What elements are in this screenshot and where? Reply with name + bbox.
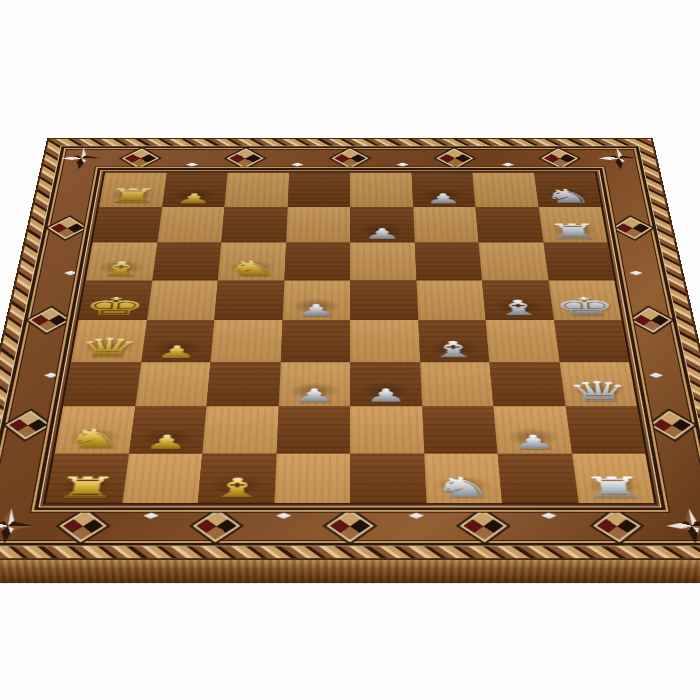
inlay-diamond-motif (4, 412, 51, 439)
mother-of-pearl-inlay (396, 163, 408, 167)
inlay-diamond (330, 512, 370, 540)
inlay-diamond-motif (27, 308, 70, 331)
inlay-diamond-motif (227, 149, 263, 168)
square-d8 (553, 320, 628, 362)
inlay-diamond-motif (437, 149, 473, 168)
square-b8 (565, 406, 645, 453)
mother-of-pearl-inlay (541, 513, 557, 519)
inlay-diamond (31, 309, 66, 330)
black-pawn-c4: ♟ (293, 387, 336, 404)
inlay-diamond (51, 219, 84, 238)
mother-of-pearl-inlay (186, 163, 199, 167)
inlay-diamond (544, 150, 576, 167)
square-b2: ♟ (129, 406, 207, 453)
square-c7 (489, 362, 565, 406)
mother-of-pearl-inlay (43, 373, 58, 378)
mother-of-pearl-inlay (629, 271, 643, 276)
inlay-diamond-motif (460, 511, 506, 541)
square-c8: ♛ (559, 362, 637, 406)
white-bishop-a3: ♝ (206, 476, 267, 500)
board-perspective-scene: ♜♟♟♞♟♜♝♞♚♟♝♚♛♟♝♟♟♛♞♟♟♜♝♞♜ (0, 139, 700, 558)
inlay-diamond (439, 150, 471, 167)
square-a7 (498, 453, 579, 503)
black-rook-a8: ♜ (580, 474, 649, 501)
white-queen-d1: ♛ (75, 336, 141, 360)
corner-star-rosette (0, 508, 37, 543)
inlay-diamond (597, 512, 637, 540)
inlay-diamond (125, 150, 157, 167)
inlay-diamond-motif (59, 511, 108, 541)
square-a6: ♞ (424, 453, 502, 503)
inlay-diamond (196, 512, 236, 540)
square-d5 (350, 320, 420, 362)
square-d3 (211, 320, 283, 362)
square-a5 (350, 453, 426, 503)
inlay-diamond (633, 309, 668, 330)
inlay-diamond (616, 219, 649, 238)
corner-star-rosette (59, 147, 104, 169)
black-pawn-b7: ♟ (510, 433, 556, 451)
square-c5: ♟ (350, 362, 422, 406)
white-pawn-d2: ♟ (155, 344, 199, 360)
corner-star-rosette (596, 147, 641, 169)
mother-of-pearl-inlay (408, 513, 424, 519)
inlay-diamond-motif (541, 149, 578, 168)
inlay-diamond-motif (193, 511, 239, 541)
square-a1: ♜ (46, 453, 129, 503)
square-a2 (122, 453, 203, 503)
square-b6 (422, 406, 498, 453)
square-d4 (280, 320, 350, 362)
square-b7: ♟ (493, 406, 571, 453)
mother-of-pearl-inlay (143, 513, 159, 519)
inlay-diamond (334, 150, 366, 167)
mother-of-pearl-inlay (64, 271, 78, 276)
mother-of-pearl-inlay (276, 513, 292, 519)
square-d1: ♛ (71, 320, 146, 362)
square-b1: ♞ (55, 406, 135, 453)
square-c3 (207, 362, 281, 406)
square-a3: ♝ (198, 453, 276, 503)
inlay-diamond (63, 512, 103, 540)
square-b4 (276, 406, 350, 453)
inlay-diamond-motif (629, 308, 672, 331)
square-c4: ♟ (278, 362, 350, 406)
mother-of-pearl-inlay (291, 163, 303, 167)
chess-set-photo: ♜♟♟♞♟♜♝♞♚♟♝♚♛♟♝♟♟♛♞♟♟♜♝♞♜ (0, 0, 700, 700)
corner-star-rosette (663, 508, 700, 543)
inlay-diamond (9, 413, 47, 437)
chess-board: ♜♟♟♞♟♜♝♞♚♟♝♚♛♟♝♟♟♛♞♟♟♜♝♞♜ (0, 139, 700, 558)
white-knight-b1: ♞ (61, 427, 125, 451)
black-queen-c8: ♛ (565, 379, 633, 404)
mother-of-pearl-inlay (649, 373, 664, 378)
inlay-diamond-motif (47, 218, 87, 239)
inlay-diamond-motif (649, 412, 696, 439)
square-d2: ♟ (141, 320, 214, 362)
square-a4 (274, 453, 350, 503)
square-b5 (350, 406, 424, 453)
inlay-diamond-motif (122, 149, 159, 168)
board-side-edge (0, 558, 700, 583)
square-c6 (420, 362, 494, 406)
inlay-diamond-motif (328, 511, 372, 541)
inlay-diamond (229, 150, 261, 167)
inlay-diamond-motif (593, 511, 642, 541)
inlay-diamond-motif (333, 149, 368, 168)
white-pawn-b2: ♟ (143, 433, 189, 451)
square-c1 (63, 362, 141, 406)
mother-of-pearl-inlay (502, 163, 515, 167)
square-b3 (202, 406, 278, 453)
black-pawn-c5: ♟ (364, 387, 407, 404)
inlay-diamond (463, 512, 503, 540)
inlay-diamond-motif (612, 218, 652, 239)
white-rook-a1: ♜ (52, 474, 121, 501)
square-d7 (486, 320, 559, 362)
black-bishop-d6: ♝ (426, 339, 482, 360)
inlay-diamond (653, 413, 691, 437)
square-a8: ♜ (571, 453, 654, 503)
square-c2 (135, 362, 211, 406)
black-knight-a6: ♞ (431, 475, 495, 501)
square-d6: ♝ (418, 320, 490, 362)
